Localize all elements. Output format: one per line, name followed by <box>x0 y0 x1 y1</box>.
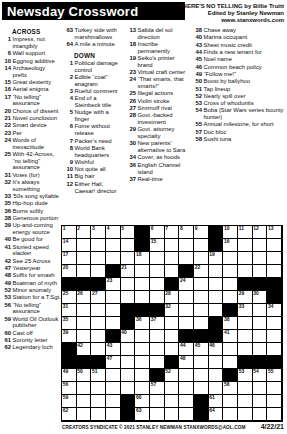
cell-number-39: 39 <box>63 330 69 336</box>
cell-4-15[interactable] <box>267 265 282 278</box>
cell-14-7[interactable] <box>150 395 165 408</box>
cell-13-15[interactable] <box>267 382 282 395</box>
cell-15-3[interactable] <box>91 408 106 421</box>
cell-13-3[interactable] <box>91 382 106 395</box>
down-clue-45: 45Noel name <box>193 56 286 63</box>
cell-number-54: 54 <box>253 369 259 375</box>
cell-12-5[interactable] <box>121 369 136 382</box>
cell-3-13[interactable] <box>238 252 253 265</box>
cell-7-8[interactable]: 32 <box>165 304 180 317</box>
clue-text: Rueful comment <box>75 88 124 95</box>
cell-12-2[interactable]: 50 <box>77 369 92 382</box>
cell-15-2[interactable] <box>77 408 92 421</box>
cell-6-12[interactable] <box>223 291 238 304</box>
cell-5-12[interactable] <box>223 278 238 291</box>
cell-6-11[interactable] <box>209 291 224 304</box>
cell-5-7[interactable] <box>150 278 165 291</box>
clue-number: 23 <box>127 69 138 76</box>
clue-text: Eggnog additive <box>13 58 62 65</box>
clue-number: 1 <box>64 60 75 73</box>
cell-number-63: 63 <box>136 408 142 414</box>
clue-text: '50s song syllable <box>13 193 62 200</box>
cell-number-32: 32 <box>165 304 171 310</box>
cell-10-5[interactable] <box>121 343 136 356</box>
clue-text: World Bank headquarters <box>75 145 124 158</box>
cell-number-27: 27 <box>92 291 98 297</box>
cell-8-15[interactable] <box>267 317 282 330</box>
clue-text: Be good for <box>13 236 62 243</box>
cell-7-3[interactable] <box>91 304 106 317</box>
clue-text: Cast off <box>13 330 62 337</box>
clue-number: 1 <box>2 36 13 49</box>
cell-3-2[interactable] <box>77 252 92 265</box>
clue-number: 24 <box>2 137 13 150</box>
cell-14-14[interactable] <box>253 395 268 408</box>
cell-14-2[interactable] <box>77 395 92 408</box>
down-clue-19: 19Seiko's printer brand <box>127 55 189 68</box>
cell-12-4[interactable] <box>106 369 121 382</box>
cell-8-3[interactable] <box>91 317 106 330</box>
down-heading: DOWN <box>74 52 123 59</box>
cell-number-3: 3 <box>92 226 95 232</box>
cell-4-10[interactable]: 22 <box>194 265 209 278</box>
cell-7-2[interactable] <box>77 304 92 317</box>
cell-1-10[interactable]: 9 <box>194 226 209 239</box>
cell-number-53: 53 <box>239 369 245 375</box>
cell-number-57: 57 <box>151 382 157 388</box>
cell-9-13[interactable] <box>238 330 253 343</box>
cell-number-38: 38 <box>224 317 230 323</box>
clue-text: With 42-Across, “no telling” assurance <box>13 151 62 171</box>
cell-1-15[interactable]: 13 <box>267 226 282 239</box>
cell-15-15[interactable] <box>267 408 282 421</box>
clue-number: 43 <box>193 42 204 49</box>
cell-8-9[interactable] <box>179 317 194 330</box>
cell-8-4[interactable] <box>106 317 121 330</box>
cell-3-12[interactable] <box>223 252 238 265</box>
across-clue-60: 60Cast off <box>2 330 61 337</box>
clue-number: 38 <box>193 27 204 34</box>
cell-9-15[interactable] <box>267 330 282 343</box>
down-clue-1: 1Political damage control <box>64 60 123 73</box>
cell-12-8[interactable]: 52 <box>165 369 180 382</box>
cell-4-3[interactable] <box>91 265 106 278</box>
cell-2-4[interactable] <box>106 239 121 252</box>
clue-text: “Follow me!” <box>204 71 287 78</box>
clue-text: Boba (Star Wars series bounty hunter) <box>204 107 287 120</box>
cell-7-4[interactable] <box>106 304 121 317</box>
clue-text: Finds a new tenant for <box>204 49 287 56</box>
cell-11-12[interactable] <box>223 356 238 369</box>
cell-1-2[interactable]: 2 <box>77 226 92 239</box>
across-clue-62: 62Legendary loch <box>2 344 61 351</box>
cell-number-42: 42 <box>77 343 83 349</box>
cell-3-14[interactable] <box>253 252 268 265</box>
down-clue-28: 28Govt.-backed investment <box>127 112 189 125</box>
cell-number-26: 26 <box>77 291 83 297</box>
cell-3-11[interactable]: 19 <box>209 252 224 265</box>
cell-13-8[interactable] <box>165 382 180 395</box>
cell-3-6[interactable]: 18 <box>135 252 150 265</box>
cell-number-13: 13 <box>268 226 274 232</box>
cell-8-7[interactable]: 37 <box>150 317 165 330</box>
clue-text: Boatman of myth <box>13 280 62 287</box>
cell-2-8[interactable] <box>165 239 180 252</box>
cell-13-10[interactable] <box>194 382 209 395</box>
cell-6-10[interactable] <box>194 291 209 304</box>
clue-text: End of a Steinbeck title <box>75 95 124 108</box>
clue-text: Up-and-coming energy source <box>13 222 62 235</box>
cell-14-4[interactable] <box>106 395 121 408</box>
down-clue-2: 2Edible “coat” anagram <box>64 74 123 87</box>
cell-1-4[interactable]: 4 <box>106 226 121 239</box>
cell-10-3[interactable] <box>91 343 106 356</box>
cell-13-13[interactable] <box>238 382 253 395</box>
clue-text: Packer's need <box>75 138 124 145</box>
clue-number: 15 <box>2 79 13 86</box>
cell-15-6[interactable]: 63 <box>135 408 150 421</box>
cell-10-8[interactable] <box>165 343 180 356</box>
clue-number: 49 <box>193 71 204 78</box>
cell-11-10[interactable] <box>194 356 209 369</box>
clue-text: Yesteryear <box>13 265 62 272</box>
cell-10-6[interactable] <box>135 343 150 356</box>
cell-10-15[interactable] <box>267 343 282 356</box>
cell-number-29: 29 <box>239 291 245 297</box>
clue-number: 57 <box>193 129 204 136</box>
cell-7-11[interactable] <box>209 304 224 317</box>
cell-number-49: 49 <box>63 369 69 375</box>
cell-2-2[interactable] <box>77 239 92 252</box>
cell-1-8[interactable]: 7 <box>165 226 180 239</box>
cell-12-6[interactable] <box>135 369 150 382</box>
cell-1-3[interactable]: 3 <box>91 226 106 239</box>
cell-8-2[interactable] <box>77 317 92 330</box>
cell-2-9[interactable] <box>179 239 194 252</box>
cell-5-5[interactable] <box>121 278 136 291</box>
cell-number-23: 23 <box>107 278 113 284</box>
cell-15-8[interactable] <box>165 408 180 421</box>
cell-15-12[interactable] <box>223 408 238 421</box>
cell-9-14[interactable] <box>253 330 268 343</box>
cell-14-3[interactable] <box>91 395 106 408</box>
cell-2-5[interactable] <box>121 239 136 252</box>
puzzle-date: 4/22/21 <box>261 423 284 430</box>
cell-number-4: 4 <box>107 226 110 232</box>
cell-9-6[interactable] <box>135 330 150 343</box>
cell-12-11[interactable] <box>209 369 224 382</box>
cell-2-7[interactable]: 15 <box>150 239 165 252</box>
cell-12-13[interactable]: 53 <box>238 369 253 382</box>
cell-2-12[interactable]: 16 <box>223 239 238 252</box>
cell-12-10[interactable] <box>194 369 209 382</box>
cell-11-7[interactable] <box>150 356 165 369</box>
cell-15-14[interactable] <box>253 408 268 421</box>
clue-number: 47 <box>2 265 13 272</box>
down-clue-18: 18Inscribe permanently <box>127 41 189 54</box>
cell-3-9[interactable] <box>179 252 194 265</box>
clue-text: Sheet music credit <box>204 42 287 49</box>
clue-text: Aerial enigma <box>13 86 62 93</box>
cell-5-10[interactable] <box>194 278 209 291</box>
cell-7-9[interactable] <box>179 304 194 317</box>
across-clue-40: 40Be good for <box>2 236 61 243</box>
clue-text: Generous portion <box>13 215 62 222</box>
cell-7-14[interactable] <box>253 304 268 317</box>
cell-15-11[interactable]: 64 <box>209 408 224 421</box>
cell-9-8[interactable] <box>165 330 180 343</box>
cell-4-7[interactable] <box>150 265 165 278</box>
down-clue-12: 12Either Hail, Caesar! director <box>64 181 123 194</box>
clue-text: Station for a T.Sgt. <box>13 294 62 301</box>
cell-number-9: 9 <box>195 226 198 232</box>
cell-6-4[interactable] <box>106 291 121 304</box>
clue-text: Smart device <box>13 122 62 129</box>
cell-14-12[interactable] <box>223 395 238 408</box>
across-clue-41: 41Storied speed slacker <box>2 244 61 257</box>
clue-number: 36 <box>127 162 138 175</box>
cell-2-14[interactable] <box>253 239 268 252</box>
puzzle-byline-block: THERE'S NO TELLING by Billie Truitt Edit… <box>179 3 284 25</box>
cell-number-64: 64 <box>209 408 215 414</box>
cell-13-7[interactable]: 57 <box>150 382 165 395</box>
across-heading: ACROSS <box>12 28 61 35</box>
clue-number: 14 <box>2 65 13 78</box>
cell-13-14[interactable] <box>253 382 268 395</box>
cell-13-2[interactable] <box>77 382 92 395</box>
cell-11-11[interactable] <box>209 356 224 369</box>
cell-11-6[interactable] <box>135 356 150 369</box>
cell-15-9[interactable] <box>179 408 194 421</box>
cell-10-10[interactable]: 45 <box>194 343 209 356</box>
black-cell-14-5 <box>121 395 136 408</box>
cell-4-8[interactable] <box>165 265 180 278</box>
clue-text: Political damage control <box>75 60 124 73</box>
cell-4-2[interactable] <box>77 265 92 278</box>
clue-number: 63 <box>64 27 75 40</box>
cell-2-10[interactable] <box>194 239 209 252</box>
cell-1-14[interactable]: 12 <box>253 226 268 239</box>
clue-number: 56 <box>2 302 13 315</box>
cell-13-4[interactable] <box>106 382 121 395</box>
cell-3-4[interactable] <box>106 252 121 265</box>
cell-5-4[interactable]: 23 <box>106 278 121 291</box>
across-clue-53: 53Station for a T.Sgt. <box>2 294 61 301</box>
cell-12-15[interactable]: 55 <box>267 369 282 382</box>
across-clue-6: 6Wall support <box>2 50 61 57</box>
clue-text: Impress, not intangibly <box>13 36 62 49</box>
cell-4-13[interactable] <box>238 265 253 278</box>
cell-10-14[interactable] <box>253 343 268 356</box>
cell-number-5: 5 <box>121 226 124 232</box>
cell-14-15[interactable] <box>267 395 282 408</box>
cell-number-59: 59 <box>63 395 69 401</box>
clue-number: 12 <box>64 181 75 194</box>
clue-text: Either Hail, Caesar! director <box>75 181 124 194</box>
cell-1-13[interactable]: 11 <box>238 226 253 239</box>
cell-12-14[interactable]: 54 <box>253 369 268 382</box>
cell-4-1[interactable]: 20 <box>62 265 77 278</box>
cell-7-10[interactable] <box>194 304 209 317</box>
clue-text: See 25 Across <box>13 258 62 265</box>
cell-1-5[interactable]: 5 <box>121 226 136 239</box>
black-cell-8-11 <box>209 317 224 330</box>
clue-column-4: 38Chase away40Marina occupant43Sheet mus… <box>193 27 286 143</box>
cell-10-12[interactable] <box>223 343 238 356</box>
cell-9-12[interactable]: 41 <box>223 330 238 343</box>
cell-5-6[interactable] <box>135 278 150 291</box>
cell-3-3[interactable] <box>91 252 106 265</box>
cell-6-9[interactable] <box>179 291 194 304</box>
clue-number: 19 <box>127 55 138 68</box>
cell-2-13[interactable] <box>238 239 253 252</box>
cell-13-12[interactable]: 58 <box>223 382 238 395</box>
down-clue-58: 58Sushi tuna <box>193 136 286 143</box>
cell-number-61: 61 <box>209 395 215 401</box>
cell-8-8[interactable] <box>165 317 180 330</box>
cell-7-13[interactable]: 33 <box>238 304 253 317</box>
cell-6-3[interactable]: 27 <box>91 291 106 304</box>
clue-text: Virtual craft center <box>138 69 190 76</box>
cell-13-5[interactable] <box>121 382 136 395</box>
cell-number-6: 6 <box>151 226 154 232</box>
across-clue-42: 42See 25 Across <box>2 258 61 265</box>
cell-10-11[interactable]: 46 <box>209 343 224 356</box>
clue-number: 8 <box>64 145 75 158</box>
cell-13-9[interactable] <box>179 382 194 395</box>
clue-number: 30 <box>127 140 138 153</box>
cell-2-3[interactable] <box>91 239 106 252</box>
clue-number: 29 <box>127 126 138 139</box>
clue-number: 3 <box>64 88 75 95</box>
cell-6-14[interactable]: 30 <box>253 291 268 304</box>
clue-number: 25 <box>2 151 13 171</box>
clue-text: Archaeology prefix <box>13 65 62 78</box>
clue-text: Suffix for smash <box>13 272 62 279</box>
cell-6-6[interactable] <box>135 291 150 304</box>
cell-11-9[interactable]: 48 <box>179 356 194 369</box>
clue-number: 53 <box>2 294 13 301</box>
across-clue-17: 17“No telling” assurance <box>2 94 61 107</box>
cell-1-9[interactable]: 8 <box>179 226 194 239</box>
cell-6-2[interactable]: 26 <box>77 291 92 304</box>
cell-9-3[interactable] <box>91 330 106 343</box>
cell-10-7[interactable] <box>150 343 165 356</box>
down-clue-50: 50Boost by ballyhoo <box>193 78 286 85</box>
cell-10-2[interactable]: 42 <box>77 343 92 356</box>
clue-text: Tap lineup <box>204 86 287 93</box>
down-clue-57: 57Doc bloc <box>193 129 286 136</box>
across-clue-24: 24Words of inexactitude <box>2 137 61 150</box>
down-clue-3: 3Rueful comment <box>64 88 123 95</box>
cell-4-5[interactable]: 21 <box>121 265 136 278</box>
clue-text: Wishful <box>75 159 124 166</box>
cell-4-14[interactable] <box>253 265 268 278</box>
footer: CREATORS SYNDICATE © 2021 STANLEY NEWMAN… <box>62 423 284 430</box>
cell-15-7[interactable] <box>150 408 165 421</box>
clue-number: 61 <box>2 337 13 344</box>
cell-number-20: 20 <box>63 265 69 271</box>
cell-9-5[interactable]: 40 <box>121 330 136 343</box>
cell-6-5[interactable] <box>121 291 136 304</box>
clue-text: Boost by ballyhoo <box>204 78 287 85</box>
black-cell-10-1 <box>62 343 77 356</box>
cell-2-15[interactable] <box>267 239 282 252</box>
cell-5-9[interactable]: 24 <box>179 278 194 291</box>
clue-number: 52 <box>2 287 13 294</box>
across-clue-61: 61Sorority letter <box>2 337 61 344</box>
cell-8-14[interactable] <box>253 317 268 330</box>
cell-15-13[interactable] <box>238 408 253 421</box>
cell-5-11[interactable] <box>209 278 224 291</box>
black-cell-15-10 <box>194 408 209 421</box>
cell-3-8[interactable] <box>165 252 180 265</box>
cell-number-28: 28 <box>165 291 171 297</box>
cell-3-7[interactable] <box>150 252 165 265</box>
cell-number-40: 40 <box>121 330 127 336</box>
cell-9-1[interactable]: 39 <box>62 330 77 343</box>
across-clue-10: 10Eggnog additive <box>2 58 61 65</box>
cell-11-5[interactable] <box>121 356 136 369</box>
clue-number: 49 <box>2 280 13 287</box>
clue-text: Big hair <box>75 173 124 180</box>
clue-number: 38 <box>2 215 13 222</box>
cell-number-8: 8 <box>180 226 183 232</box>
down-clue-4: 4End of a Steinbeck title <box>64 95 123 108</box>
clue-number: 62 <box>2 344 13 351</box>
cell-4-12[interactable] <box>223 265 238 278</box>
clue-text: A mile a minute <box>75 41 124 48</box>
clue-number: 10 <box>2 58 13 65</box>
clue-number: 54 <box>193 107 204 120</box>
cell-15-1[interactable]: 62 <box>62 408 77 421</box>
cell-14-8[interactable] <box>165 395 180 408</box>
down-clue-55: 55Annual milestone, for short <box>193 121 286 128</box>
down-clue-24: 24“That smarts, that smarts!” <box>127 76 189 89</box>
cell-number-41: 41 <box>224 330 230 336</box>
cell-14-13[interactable] <box>238 395 253 408</box>
clue-text: It's always something <box>13 179 62 192</box>
cell-8-10[interactable] <box>194 317 209 330</box>
cell-15-4[interactable] <box>106 408 121 421</box>
clue-text: Sushi tuna <box>204 136 287 143</box>
clue-number: 6 <box>2 50 13 57</box>
down-clue-37: 37Real-time <box>127 176 189 183</box>
clue-text: Noel name <box>204 56 287 63</box>
cell-11-4[interactable]: 47 <box>106 356 121 369</box>
puzzle-title-byline: THERE'S NO TELLING by Billie Truitt <box>179 3 284 10</box>
cell-7-15[interactable]: 34 <box>267 304 282 317</box>
cell-4-6[interactable] <box>135 265 150 278</box>
across-clue-23: 23Per <box>2 130 61 137</box>
cell-12-3[interactable]: 51 <box>91 369 106 382</box>
cell-8-6[interactable]: 36 <box>135 317 150 330</box>
clue-number: 40 <box>193 34 204 41</box>
down-clue-46: 46Common beach policy <box>193 64 286 71</box>
cell-9-7[interactable] <box>150 330 165 343</box>
cell-3-15[interactable] <box>267 252 282 265</box>
cell-number-47: 47 <box>107 356 113 362</box>
cell-10-13[interactable] <box>238 343 253 356</box>
cell-6-7[interactable] <box>150 291 165 304</box>
cell-14-9[interactable] <box>179 395 194 408</box>
clue-text: Burns softly <box>13 208 62 215</box>
cell-8-13[interactable] <box>238 317 253 330</box>
clue-text: English Channel island <box>138 162 190 175</box>
cell-12-9[interactable] <box>179 369 194 382</box>
clue-text: Chase away <box>204 27 287 34</box>
cell-4-11[interactable] <box>209 265 224 278</box>
